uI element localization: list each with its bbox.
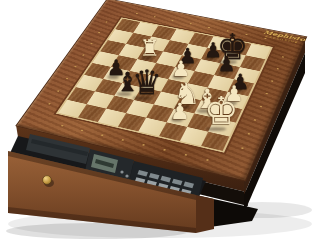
chess-computer-photo: Mephisto exclusive ♚♟♟♟♟♟♛♝♜♟♟♞♝♟♚ [0, 0, 324, 240]
pieces-layer: ♚♟♟♟♟♟♛♝♜♟♟♞♝♟♚ [0, 0, 324, 240]
piece-white-R-f6[interactable]: ♜ [140, 37, 160, 60]
piece-white-P-c2[interactable]: ♟ [170, 100, 190, 122]
piece-black-Q-e3[interactable]: ♛ [132, 66, 162, 100]
piece-white-K-a2[interactable]: ♚ [204, 93, 239, 132]
